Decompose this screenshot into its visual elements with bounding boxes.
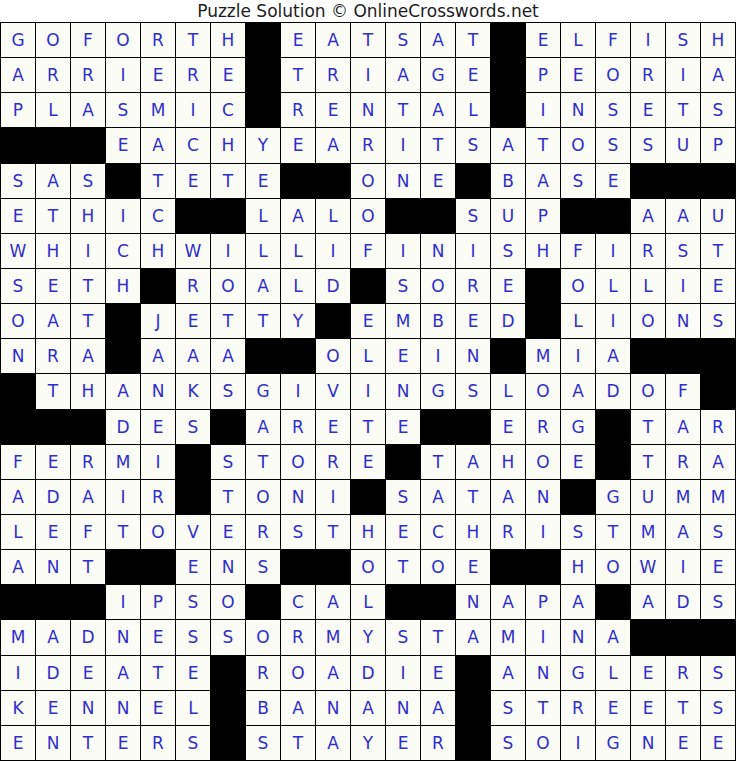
cell-r15c6: V bbox=[176, 515, 210, 549]
cell-r3c12: T bbox=[386, 93, 420, 127]
black-cell-r9c16 bbox=[526, 304, 560, 338]
cell-r13c20: R bbox=[666, 445, 700, 479]
cell-r4c20: U bbox=[666, 128, 700, 162]
cell-r10c1: N bbox=[1, 339, 35, 373]
cell-r11c17: A bbox=[561, 374, 595, 408]
cell-r13c14: A bbox=[456, 445, 490, 479]
cell-r7c14: I bbox=[456, 234, 490, 268]
black-cell-r19c14 bbox=[456, 656, 490, 690]
cell-r10c16: M bbox=[526, 339, 560, 373]
cell-r13c4: M bbox=[106, 445, 140, 479]
cell-r13c3: R bbox=[71, 445, 105, 479]
cell-r1c13: A bbox=[421, 23, 455, 57]
cell-r8c10: D bbox=[316, 269, 350, 303]
cell-r3c16: I bbox=[526, 93, 560, 127]
cell-r3c18: S bbox=[596, 93, 630, 127]
black-cell-r4c1 bbox=[1, 128, 35, 162]
cell-r18c4: N bbox=[106, 620, 140, 654]
cell-r15c3: F bbox=[71, 515, 105, 549]
cell-r12c15: E bbox=[491, 410, 525, 444]
cell-r2c3: R bbox=[71, 58, 105, 92]
cell-r4c15: A bbox=[491, 128, 525, 162]
black-cell-r12c1 bbox=[1, 410, 35, 444]
cell-r12c17: G bbox=[561, 410, 595, 444]
cell-r16c3: T bbox=[71, 550, 105, 584]
cell-r2c5: E bbox=[141, 58, 175, 92]
cell-r5c13: E bbox=[421, 164, 455, 198]
cell-r16c8: S bbox=[246, 550, 280, 584]
crossword-grid: GOFORTHEATSATELFISHARRIERETRIAGEPEORIAPL… bbox=[0, 22, 736, 761]
cell-r11c16: O bbox=[526, 374, 560, 408]
black-cell-r16c16 bbox=[526, 550, 560, 584]
black-cell-r5c10 bbox=[316, 164, 350, 198]
cell-r21c18: G bbox=[596, 726, 630, 760]
cell-r12c11: T bbox=[351, 410, 385, 444]
cell-r16c2: N bbox=[36, 550, 70, 584]
cell-r16c13: O bbox=[421, 550, 455, 584]
cell-r11c6: K bbox=[176, 374, 210, 408]
cell-r21c5: R bbox=[141, 726, 175, 760]
black-cell-r20c14 bbox=[456, 691, 490, 725]
cell-r4c21: P bbox=[701, 128, 735, 162]
black-cell-r10c19 bbox=[631, 339, 665, 373]
cell-r21c8: S bbox=[246, 726, 280, 760]
black-cell-r17c18 bbox=[596, 585, 630, 619]
cell-r3c20: T bbox=[666, 93, 700, 127]
cell-r8c8: A bbox=[246, 269, 280, 303]
cell-r7c20: S bbox=[666, 234, 700, 268]
black-cell-r16c9 bbox=[281, 550, 315, 584]
cell-r19c8: R bbox=[246, 656, 280, 690]
cell-r7c17: F bbox=[561, 234, 595, 268]
cell-r5c16: A bbox=[526, 164, 560, 198]
black-cell-r10c15 bbox=[491, 339, 525, 373]
cell-r7c9: L bbox=[281, 234, 315, 268]
cell-r12c10: E bbox=[316, 410, 350, 444]
cell-r14c16: N bbox=[526, 480, 560, 514]
cell-r13c21: A bbox=[701, 445, 735, 479]
black-cell-r8c11 bbox=[351, 269, 385, 303]
cell-r13c5: I bbox=[141, 445, 175, 479]
cell-r19c13: E bbox=[421, 656, 455, 690]
cell-r4c9: E bbox=[281, 128, 315, 162]
black-cell-r3c15 bbox=[491, 93, 525, 127]
cell-r9c8: T bbox=[246, 304, 280, 338]
cell-r17c19: A bbox=[631, 585, 665, 619]
cell-r14c9: N bbox=[281, 480, 315, 514]
cell-r5c6: E bbox=[176, 164, 210, 198]
cell-r16c11: O bbox=[351, 550, 385, 584]
black-cell-r12c3 bbox=[71, 410, 105, 444]
cell-r5c15: B bbox=[491, 164, 525, 198]
cell-r18c2: A bbox=[36, 620, 70, 654]
cell-r11c12: N bbox=[386, 374, 420, 408]
cell-r20c18: E bbox=[596, 691, 630, 725]
cell-r3c2: L bbox=[36, 93, 70, 127]
cell-r17c17: A bbox=[561, 585, 595, 619]
cell-r17c21: S bbox=[701, 585, 735, 619]
cell-r3c6: I bbox=[176, 93, 210, 127]
cell-r18c16: I bbox=[526, 620, 560, 654]
cell-r10c14: N bbox=[456, 339, 490, 373]
cell-r14c5: R bbox=[141, 480, 175, 514]
cell-r8c21: E bbox=[701, 269, 735, 303]
cell-r15c14: H bbox=[456, 515, 490, 549]
black-cell-r13c6 bbox=[176, 445, 210, 479]
cell-r9c18: I bbox=[596, 304, 630, 338]
black-cell-r12c14 bbox=[456, 410, 490, 444]
cell-r1c19: I bbox=[631, 23, 665, 57]
cell-r2c9: T bbox=[281, 58, 315, 92]
cell-r7c7: I bbox=[211, 234, 245, 268]
cell-r12c16: R bbox=[526, 410, 560, 444]
cell-r18c14: A bbox=[456, 620, 490, 654]
cell-r6c10: L bbox=[316, 199, 350, 233]
cell-r5c7: T bbox=[211, 164, 245, 198]
cell-r19c18: L bbox=[596, 656, 630, 690]
cell-r9c2: A bbox=[36, 304, 70, 338]
cell-r4c12: I bbox=[386, 128, 420, 162]
cell-r9c9: Y bbox=[281, 304, 315, 338]
cell-r11c15: L bbox=[491, 374, 525, 408]
cell-r3c4: S bbox=[106, 93, 140, 127]
cell-r8c7: O bbox=[211, 269, 245, 303]
cell-r15c18: T bbox=[596, 515, 630, 549]
cell-r20c9: A bbox=[281, 691, 315, 725]
cell-r19c10: A bbox=[316, 656, 350, 690]
cell-r9c13: B bbox=[421, 304, 455, 338]
cell-r8c4: H bbox=[106, 269, 140, 303]
cell-r10c7: A bbox=[211, 339, 245, 373]
cell-r12c6: S bbox=[176, 410, 210, 444]
cell-r10c10: O bbox=[316, 339, 350, 373]
cell-r6c9: A bbox=[281, 199, 315, 233]
black-cell-r17c8 bbox=[246, 585, 280, 619]
cell-r7c16: H bbox=[526, 234, 560, 268]
cell-r19c3: E bbox=[71, 656, 105, 690]
cell-r4c8: Y bbox=[246, 128, 280, 162]
cell-r1c16: E bbox=[526, 23, 560, 57]
cell-r5c8: E bbox=[246, 164, 280, 198]
cell-r8c9: L bbox=[281, 269, 315, 303]
cell-r21c15: S bbox=[491, 726, 525, 760]
cell-r1c9: E bbox=[281, 23, 315, 57]
black-cell-r16c5 bbox=[141, 550, 175, 584]
cell-r1c17: L bbox=[561, 23, 595, 57]
cell-r7c11: F bbox=[351, 234, 385, 268]
black-cell-r18c20 bbox=[666, 620, 700, 654]
cell-r19c17: G bbox=[561, 656, 595, 690]
cell-r7c21: T bbox=[701, 234, 735, 268]
cell-r18c3: D bbox=[71, 620, 105, 654]
cell-r9c14: E bbox=[456, 304, 490, 338]
cell-r1c20: S bbox=[666, 23, 700, 57]
cell-r15c16: I bbox=[526, 515, 560, 549]
cell-r7c4: C bbox=[106, 234, 140, 268]
cell-r21c11: Y bbox=[351, 726, 385, 760]
cell-r6c3: H bbox=[71, 199, 105, 233]
cell-r3c19: E bbox=[631, 93, 665, 127]
cell-r9c1: O bbox=[1, 304, 35, 338]
black-cell-r14c11 bbox=[351, 480, 385, 514]
cell-r19c20: R bbox=[666, 656, 700, 690]
cell-r14c13: A bbox=[421, 480, 455, 514]
black-cell-r14c6 bbox=[176, 480, 210, 514]
cell-r2c21: A bbox=[701, 58, 735, 92]
cell-r20c17: R bbox=[561, 691, 595, 725]
cell-r1c18: F bbox=[596, 23, 630, 57]
cell-r8c13: O bbox=[421, 269, 455, 303]
cell-r19c16: N bbox=[526, 656, 560, 690]
cell-r5c17: S bbox=[561, 164, 595, 198]
cell-r20c16: T bbox=[526, 691, 560, 725]
cell-r10c11: L bbox=[351, 339, 385, 373]
cell-r13c17: E bbox=[561, 445, 595, 479]
cell-r16c12: T bbox=[386, 550, 420, 584]
cell-r14c12: S bbox=[386, 480, 420, 514]
cell-r17c5: P bbox=[141, 585, 175, 619]
cell-r13c8: T bbox=[246, 445, 280, 479]
black-cell-r6c6 bbox=[176, 199, 210, 233]
cell-r13c16: O bbox=[526, 445, 560, 479]
cell-r11c10: V bbox=[316, 374, 350, 408]
cell-r1c10: A bbox=[316, 23, 350, 57]
cell-r16c14: E bbox=[456, 550, 490, 584]
cell-r2c16: P bbox=[526, 58, 560, 92]
cell-r6c11: O bbox=[351, 199, 385, 233]
black-cell-r6c13 bbox=[421, 199, 455, 233]
cell-r15c21: S bbox=[701, 515, 735, 549]
cell-r4c18: S bbox=[596, 128, 630, 162]
cell-r8c12: S bbox=[386, 269, 420, 303]
cell-r19c5: T bbox=[141, 656, 175, 690]
cell-r17c15: A bbox=[491, 585, 525, 619]
black-cell-r12c2 bbox=[36, 410, 70, 444]
cell-r3c9: R bbox=[281, 93, 315, 127]
cell-r15c19: M bbox=[631, 515, 665, 549]
cell-r10c17: I bbox=[561, 339, 595, 373]
cell-r3c21: S bbox=[701, 93, 735, 127]
cell-r11c11: I bbox=[351, 374, 385, 408]
cell-r1c1: G bbox=[1, 23, 35, 57]
cell-r18c17: N bbox=[561, 620, 595, 654]
cell-r4c11: R bbox=[351, 128, 385, 162]
cell-r20c8: B bbox=[246, 691, 280, 725]
black-cell-r6c7 bbox=[211, 199, 245, 233]
cell-r6c16: P bbox=[526, 199, 560, 233]
black-cell-r12c13 bbox=[421, 410, 455, 444]
cell-r11c4: A bbox=[106, 374, 140, 408]
cell-r15c5: O bbox=[141, 515, 175, 549]
cell-r12c19: T bbox=[631, 410, 665, 444]
cell-r12c12: E bbox=[386, 410, 420, 444]
cell-r18c6: S bbox=[176, 620, 210, 654]
cell-r16c21: E bbox=[701, 550, 735, 584]
black-cell-r5c20 bbox=[666, 164, 700, 198]
cell-r10c18: A bbox=[596, 339, 630, 373]
cell-r4c4: E bbox=[106, 128, 140, 162]
cell-r5c3: S bbox=[71, 164, 105, 198]
cell-r13c13: T bbox=[421, 445, 455, 479]
cell-r14c10: I bbox=[316, 480, 350, 514]
cell-r21c20: E bbox=[666, 726, 700, 760]
cell-r1c12: S bbox=[386, 23, 420, 57]
cell-r21c10: A bbox=[316, 726, 350, 760]
cell-r18c10: M bbox=[316, 620, 350, 654]
cell-r21c13: R bbox=[421, 726, 455, 760]
black-cell-r5c19 bbox=[631, 164, 665, 198]
cell-r6c1: E bbox=[1, 199, 35, 233]
cell-r4c7: H bbox=[211, 128, 245, 162]
cell-r3c14: L bbox=[456, 93, 490, 127]
cell-r15c9: S bbox=[281, 515, 315, 549]
cell-r4c6: C bbox=[176, 128, 210, 162]
cell-r18c8: O bbox=[246, 620, 280, 654]
cell-r15c8: R bbox=[246, 515, 280, 549]
cell-r14c20: M bbox=[666, 480, 700, 514]
cell-r11c9: I bbox=[281, 374, 315, 408]
cell-r14c3: A bbox=[71, 480, 105, 514]
cell-r18c15: M bbox=[491, 620, 525, 654]
cell-r19c1: I bbox=[1, 656, 35, 690]
cell-r19c19: E bbox=[631, 656, 665, 690]
cell-r13c9: O bbox=[281, 445, 315, 479]
cell-r20c19: E bbox=[631, 691, 665, 725]
cell-r7c10: I bbox=[316, 234, 350, 268]
cell-r17c7: O bbox=[211, 585, 245, 619]
cell-r13c10: R bbox=[316, 445, 350, 479]
cell-r2c1: A bbox=[1, 58, 35, 92]
cell-r20c10: N bbox=[316, 691, 350, 725]
cell-r1c14: T bbox=[456, 23, 490, 57]
black-cell-r6c12 bbox=[386, 199, 420, 233]
cell-r1c4: O bbox=[106, 23, 140, 57]
cell-r16c18: O bbox=[596, 550, 630, 584]
black-cell-r6c18 bbox=[596, 199, 630, 233]
cell-r13c11: E bbox=[351, 445, 385, 479]
cell-r21c3: T bbox=[71, 726, 105, 760]
black-cell-r13c12 bbox=[386, 445, 420, 479]
cell-r20c1: K bbox=[1, 691, 35, 725]
cell-r14c1: A bbox=[1, 480, 35, 514]
black-cell-r19c7 bbox=[211, 656, 245, 690]
cell-r8c3: T bbox=[71, 269, 105, 303]
cell-r4c14: S bbox=[456, 128, 490, 162]
cell-r4c13: T bbox=[421, 128, 455, 162]
cell-r21c1: E bbox=[1, 726, 35, 760]
cell-r10c5: A bbox=[141, 339, 175, 373]
cell-r7c6: W bbox=[176, 234, 210, 268]
cell-r11c5: N bbox=[141, 374, 175, 408]
cell-r1c3: F bbox=[71, 23, 105, 57]
cell-r13c7: S bbox=[211, 445, 245, 479]
black-cell-r13c18 bbox=[596, 445, 630, 479]
cell-r8c18: L bbox=[596, 269, 630, 303]
cell-r14c7: T bbox=[211, 480, 245, 514]
cell-r9c17: L bbox=[561, 304, 595, 338]
cell-r21c21: E bbox=[701, 726, 735, 760]
cell-r3c11: N bbox=[351, 93, 385, 127]
cell-r6c20: A bbox=[666, 199, 700, 233]
cell-r9c6: E bbox=[176, 304, 210, 338]
cell-r3c5: M bbox=[141, 93, 175, 127]
cell-r18c9: R bbox=[281, 620, 315, 654]
cell-r12c4: D bbox=[106, 410, 140, 444]
black-cell-r4c3 bbox=[71, 128, 105, 162]
cell-r8c2: E bbox=[36, 269, 70, 303]
black-cell-r10c9 bbox=[281, 339, 315, 373]
cell-r15c15: R bbox=[491, 515, 525, 549]
cell-r19c11: D bbox=[351, 656, 385, 690]
cell-r6c2: T bbox=[36, 199, 70, 233]
black-cell-r2c8 bbox=[246, 58, 280, 92]
cell-r9c3: T bbox=[71, 304, 105, 338]
cell-r11c7: S bbox=[211, 374, 245, 408]
cell-r20c4: N bbox=[106, 691, 140, 725]
black-cell-r6c17 bbox=[561, 199, 595, 233]
cell-r9c21: S bbox=[701, 304, 735, 338]
black-cell-r17c1 bbox=[1, 585, 35, 619]
black-cell-r10c21 bbox=[701, 339, 735, 373]
cell-r14c8: O bbox=[246, 480, 280, 514]
cell-r16c20: I bbox=[666, 550, 700, 584]
black-cell-r16c4 bbox=[106, 550, 140, 584]
black-cell-r5c21 bbox=[701, 164, 735, 198]
cell-r1c5: R bbox=[141, 23, 175, 57]
cell-r2c17: E bbox=[561, 58, 595, 92]
cell-r2c19: R bbox=[631, 58, 665, 92]
cell-r5c18: E bbox=[596, 164, 630, 198]
cell-r8c15: E bbox=[491, 269, 525, 303]
black-cell-r2c15 bbox=[491, 58, 525, 92]
cell-r10c2: R bbox=[36, 339, 70, 373]
black-cell-r16c15 bbox=[491, 550, 525, 584]
black-cell-r18c19 bbox=[631, 620, 665, 654]
cell-r19c2: D bbox=[36, 656, 70, 690]
cell-r20c20: T bbox=[666, 691, 700, 725]
black-cell-r20c7 bbox=[211, 691, 245, 725]
cell-r20c2: E bbox=[36, 691, 70, 725]
cell-r20c3: N bbox=[71, 691, 105, 725]
cell-r15c13: C bbox=[421, 515, 455, 549]
cell-r8c6: R bbox=[176, 269, 210, 303]
cell-r11c3: H bbox=[71, 374, 105, 408]
cell-r1c2: O bbox=[36, 23, 70, 57]
cell-r3c1: P bbox=[1, 93, 35, 127]
cell-r4c5: A bbox=[141, 128, 175, 162]
black-cell-r17c13 bbox=[421, 585, 455, 619]
cell-r11c19: O bbox=[631, 374, 665, 408]
cell-r16c6: E bbox=[176, 550, 210, 584]
cell-r7c3: I bbox=[71, 234, 105, 268]
black-cell-r5c14 bbox=[456, 164, 490, 198]
cell-r11c8: G bbox=[246, 374, 280, 408]
cell-r15c17: S bbox=[561, 515, 595, 549]
cell-r10c13: I bbox=[421, 339, 455, 373]
cell-r20c5: E bbox=[141, 691, 175, 725]
black-cell-r12c7 bbox=[211, 410, 245, 444]
cell-r8c17: O bbox=[561, 269, 595, 303]
cell-r10c3: A bbox=[71, 339, 105, 373]
cell-r18c7: S bbox=[211, 620, 245, 654]
cell-r17c9: C bbox=[281, 585, 315, 619]
black-cell-r5c9 bbox=[281, 164, 315, 198]
black-cell-r1c8 bbox=[246, 23, 280, 57]
cell-r3c13: A bbox=[421, 93, 455, 127]
cell-r8c20: I bbox=[666, 269, 700, 303]
cell-r20c13: A bbox=[421, 691, 455, 725]
cell-r4c16: T bbox=[526, 128, 560, 162]
